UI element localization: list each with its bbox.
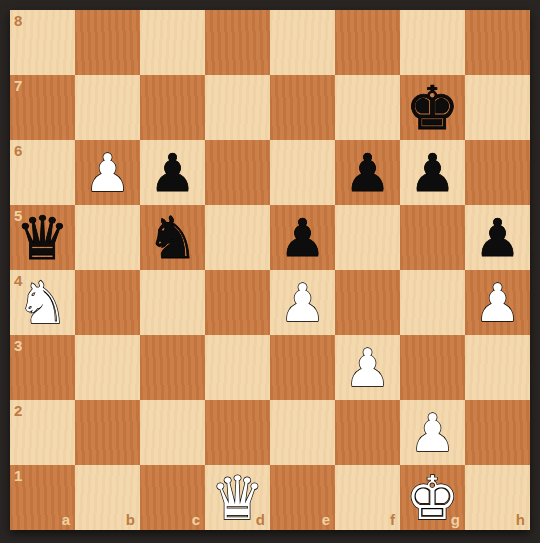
square-b6[interactable]: ♟	[75, 140, 140, 205]
square-d6[interactable]	[205, 140, 270, 205]
piece-black-pawn[interactable]: ♟	[344, 147, 391, 199]
square-c4[interactable]	[140, 270, 205, 335]
square-e4[interactable]: ♟	[270, 270, 335, 335]
square-f3[interactable]: ♟	[335, 335, 400, 400]
square-a1[interactable]: 1a	[10, 465, 75, 530]
square-d2[interactable]	[205, 400, 270, 465]
square-a3[interactable]: 3	[10, 335, 75, 400]
piece-white-pawn[interactable]: ♟	[409, 407, 456, 459]
square-a7[interactable]: 7	[10, 75, 75, 140]
square-e2[interactable]	[270, 400, 335, 465]
piece-white-knight[interactable]: ♞	[17, 274, 69, 332]
rank-label-7: 7	[14, 78, 22, 93]
square-e6[interactable]	[270, 140, 335, 205]
file-label-c: c	[192, 512, 200, 527]
square-f7[interactable]	[335, 75, 400, 140]
square-h6[interactable]	[465, 140, 530, 205]
rank-label-6: 6	[14, 143, 22, 158]
square-d8[interactable]	[205, 10, 270, 75]
square-d1[interactable]: d♛	[205, 465, 270, 530]
square-b8[interactable]	[75, 10, 140, 75]
square-g6[interactable]: ♟	[400, 140, 465, 205]
piece-black-pawn[interactable]: ♟	[409, 147, 456, 199]
rank-label-1: 1	[14, 468, 22, 483]
piece-white-queen[interactable]: ♛	[211, 468, 265, 528]
square-d5[interactable]	[205, 205, 270, 270]
chess-app: 87♚6♟♟♟♟5♛♞♟♟4♞♟♟3♟2♟1abcd♛efg♚h	[0, 0, 540, 543]
rank-label-8: 8	[14, 13, 22, 28]
square-d4[interactable]	[205, 270, 270, 335]
square-b2[interactable]	[75, 400, 140, 465]
square-e7[interactable]	[270, 75, 335, 140]
square-e3[interactable]	[270, 335, 335, 400]
piece-white-pawn[interactable]: ♟	[344, 342, 391, 394]
file-label-b: b	[126, 512, 135, 527]
piece-black-pawn[interactable]: ♟	[279, 212, 326, 264]
square-g3[interactable]	[400, 335, 465, 400]
square-f6[interactable]: ♟	[335, 140, 400, 205]
rank-label-3: 3	[14, 338, 22, 353]
square-e5[interactable]: ♟	[270, 205, 335, 270]
rank-label-2: 2	[14, 403, 22, 418]
square-b7[interactable]	[75, 75, 140, 140]
square-a4[interactable]: 4♞	[10, 270, 75, 335]
square-d3[interactable]	[205, 335, 270, 400]
square-c6[interactable]: ♟	[140, 140, 205, 205]
square-f5[interactable]	[335, 205, 400, 270]
square-a2[interactable]: 2	[10, 400, 75, 465]
square-g8[interactable]	[400, 10, 465, 75]
square-c2[interactable]	[140, 400, 205, 465]
square-b4[interactable]	[75, 270, 140, 335]
piece-black-knight[interactable]: ♞	[147, 209, 199, 267]
square-h1[interactable]: h	[465, 465, 530, 530]
piece-black-pawn[interactable]: ♟	[474, 212, 521, 264]
file-label-a: a	[62, 512, 70, 527]
piece-white-king[interactable]: ♚	[406, 468, 460, 528]
square-d7[interactable]	[205, 75, 270, 140]
file-label-h: h	[516, 512, 525, 527]
piece-white-pawn[interactable]: ♟	[84, 147, 131, 199]
square-a6[interactable]: 6	[10, 140, 75, 205]
square-a5[interactable]: 5♛	[10, 205, 75, 270]
square-c7[interactable]	[140, 75, 205, 140]
square-h8[interactable]	[465, 10, 530, 75]
square-c8[interactable]	[140, 10, 205, 75]
piece-black-queen[interactable]: ♛	[16, 208, 70, 268]
square-h3[interactable]	[465, 335, 530, 400]
piece-black-king[interactable]: ♚	[406, 78, 460, 138]
square-g2[interactable]: ♟	[400, 400, 465, 465]
square-f2[interactable]	[335, 400, 400, 465]
chess-board: 87♚6♟♟♟♟5♛♞♟♟4♞♟♟3♟2♟1abcd♛efg♚h	[10, 10, 530, 530]
piece-black-pawn[interactable]: ♟	[149, 147, 196, 199]
square-g1[interactable]: g♚	[400, 465, 465, 530]
square-h7[interactable]	[465, 75, 530, 140]
square-b3[interactable]	[75, 335, 140, 400]
square-b5[interactable]	[75, 205, 140, 270]
square-c3[interactable]	[140, 335, 205, 400]
square-a8[interactable]: 8	[10, 10, 75, 75]
square-h5[interactable]: ♟	[465, 205, 530, 270]
file-label-e: e	[322, 512, 330, 527]
square-g4[interactable]	[400, 270, 465, 335]
square-f4[interactable]	[335, 270, 400, 335]
square-f1[interactable]: f	[335, 465, 400, 530]
file-label-f: f	[390, 512, 395, 527]
square-f8[interactable]	[335, 10, 400, 75]
square-c1[interactable]: c	[140, 465, 205, 530]
square-c5[interactable]: ♞	[140, 205, 205, 270]
square-g5[interactable]	[400, 205, 465, 270]
square-h2[interactable]	[465, 400, 530, 465]
square-h4[interactable]: ♟	[465, 270, 530, 335]
square-b1[interactable]: b	[75, 465, 140, 530]
square-e1[interactable]: e	[270, 465, 335, 530]
square-g7[interactable]: ♚	[400, 75, 465, 140]
square-e8[interactable]	[270, 10, 335, 75]
piece-white-pawn[interactable]: ♟	[279, 277, 326, 329]
piece-white-pawn[interactable]: ♟	[474, 277, 521, 329]
